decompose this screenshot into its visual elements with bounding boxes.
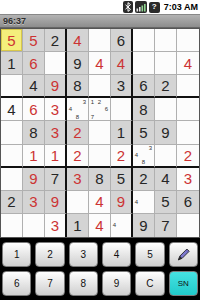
sudoku-board[interactable]: 5524616944449836246334812678832159112234… — [0, 28, 200, 238]
cell-digit: 9 — [117, 194, 125, 209]
cell-r2c1[interactable]: 1 — [1, 52, 23, 75]
cell-r3c3[interactable]: 9 — [45, 75, 67, 98]
phone-screen: ? 7:03 AM 96:37 552461694444983624633481… — [0, 0, 200, 300]
cell-r1c9[interactable] — [177, 29, 199, 52]
cell-r7c5[interactable]: 8 — [89, 168, 111, 191]
key-6[interactable]: 6 — [2, 271, 31, 296]
pencil-notes: 4 — [111, 214, 131, 237]
cell-digit: 9 — [139, 218, 147, 233]
cell-digit: 2 — [161, 78, 169, 93]
cell-r2c9[interactable]: 4 — [177, 52, 199, 75]
cell-digit: 3 — [51, 102, 59, 117]
cell-r9c2[interactable] — [23, 214, 45, 237]
cell-r7c9[interactable]: 3 — [177, 168, 199, 191]
cell-r3c5[interactable] — [89, 75, 111, 98]
cell-r3c1[interactable] — [1, 75, 23, 98]
cell-r9c6[interactable]: 4 — [111, 214, 133, 237]
battery-unknown-icon: ? — [149, 2, 160, 13]
cell-digit: 7 — [51, 171, 59, 186]
cell-r5c1[interactable] — [1, 121, 23, 144]
cell-r4c5[interactable]: 1267 — [89, 98, 111, 121]
cell-digit: 5 — [117, 171, 125, 186]
cell-digit: 8 — [95, 171, 103, 186]
cell-r4c4[interactable]: 348 — [67, 98, 89, 121]
cell-digit: 2 — [51, 33, 59, 48]
cell-r4c2[interactable]: 6 — [23, 98, 45, 121]
cell-r6c2[interactable]: 1 — [23, 145, 45, 168]
cell-r3c4[interactable]: 8 — [67, 75, 89, 98]
cell-r4c3[interactable]: 3 — [45, 98, 67, 121]
cell-digit: 9 — [51, 194, 59, 209]
game-timer: 96:37 — [3, 16, 26, 26]
cell-r6c6[interactable]: 2 — [111, 145, 133, 168]
cell-r7c7[interactable]: 2 — [133, 168, 155, 191]
cell-digit: 1 — [29, 148, 37, 163]
cell-r4c8[interactable] — [155, 98, 177, 121]
pencil-icon — [175, 246, 192, 263]
cell-digit: 4 — [117, 56, 125, 71]
cell-digit: 6 — [29, 102, 37, 117]
cell-r3c9[interactable] — [177, 75, 199, 98]
cell-digit: 9 — [73, 56, 81, 71]
key-clear[interactable]: C — [135, 271, 164, 296]
status-bar: ? 7:03 AM — [0, 0, 200, 15]
cell-digit: 6 — [29, 56, 37, 71]
cell-r7c1[interactable] — [1, 168, 23, 191]
cell-digit: 3 — [29, 194, 37, 209]
cell-r9c5[interactable]: 4 — [89, 214, 111, 237]
cell-digit: 4 — [7, 102, 15, 117]
cell-r6c5[interactable] — [89, 145, 111, 168]
cell-digit: 3 — [73, 171, 81, 186]
cell-r3c2[interactable]: 4 — [23, 75, 45, 98]
cell-r2c4[interactable]: 9 — [67, 52, 89, 75]
cell-digit: 1 — [51, 148, 59, 163]
cell-r4c9[interactable] — [177, 98, 199, 121]
cell-digit: 2 — [139, 171, 147, 186]
cell-digit: 8 — [139, 102, 147, 117]
cell-r6c7[interactable]: 348 — [133, 145, 155, 168]
cell-r4c6[interactable] — [111, 98, 133, 121]
key-9[interactable]: 9 — [102, 271, 131, 296]
cell-r1c7[interactable] — [133, 29, 155, 52]
cell-digit: 5 — [161, 194, 169, 209]
cell-r1c3[interactable]: 2 — [45, 29, 67, 52]
cell-r4c1[interactable]: 4 — [1, 98, 23, 121]
cell-digit: 1 — [7, 56, 15, 71]
cell-r5c7[interactable]: 5 — [133, 121, 155, 144]
keypad-row-2: 6 7 8 9 C SN — [2, 271, 198, 296]
key-3[interactable]: 3 — [69, 242, 98, 267]
cell-digit: 4 — [95, 194, 103, 209]
title-bar: 96:37 — [0, 15, 200, 28]
cell-r3c8[interactable]: 2 — [155, 75, 177, 98]
cell-r5c5[interactable] — [89, 121, 111, 144]
cell-r8c9[interactable]: 6 — [177, 191, 199, 214]
cell-digit: 5 — [29, 33, 37, 48]
cell-digit: 3 — [184, 171, 192, 186]
cell-r9c7[interactable]: 9 — [133, 214, 155, 237]
cell-r8c6[interactable]: 9 — [111, 191, 133, 214]
cell-r8c1[interactable]: 2 — [1, 191, 23, 214]
cell-r5c9[interactable] — [177, 121, 199, 144]
cell-r5c3[interactable]: 3 — [45, 121, 67, 144]
cell-r3c7[interactable]: 6 — [133, 75, 155, 98]
cell-r3c6[interactable]: 3 — [111, 75, 133, 98]
cell-digit: 4 — [161, 171, 169, 186]
cell-digit: 6 — [117, 33, 125, 48]
bluetooth-icon — [123, 1, 133, 13]
cell-r9c3[interactable]: 3 — [45, 214, 67, 237]
pencil-notes: 348 — [133, 145, 154, 166]
cell-r9c9[interactable] — [177, 214, 199, 237]
cell-digit: 2 — [117, 148, 125, 163]
cell-digit: 9 — [29, 171, 37, 186]
cell-r5c2[interactable]: 8 — [23, 121, 45, 144]
cell-digit: 4 — [73, 33, 81, 48]
cell-r6c4[interactable]: 2 — [67, 145, 89, 168]
cell-r2c3[interactable] — [45, 52, 67, 75]
cell-digit: 2 — [73, 125, 81, 140]
cell-r8c5[interactable]: 4 — [89, 191, 111, 214]
keypad-row-1: 1 2 3 4 5 — [2, 242, 198, 267]
cell-r1c8[interactable] — [155, 29, 177, 52]
cell-digit: 5 — [139, 125, 147, 140]
cell-r1c1[interactable]: 5 — [1, 29, 23, 52]
key-8[interactable]: 8 — [69, 271, 98, 296]
cell-r8c4[interactable] — [67, 191, 89, 214]
cell-digit: 9 — [161, 125, 169, 140]
keypad: 1 2 3 4 5 6 7 8 9 C SN — [0, 238, 200, 300]
key-2[interactable]: 2 — [35, 242, 64, 267]
cell-digit: 3 — [117, 78, 125, 93]
cell-r1c2[interactable]: 5 — [23, 29, 45, 52]
cell-r9c1[interactable] — [1, 214, 23, 237]
cell-digit: 4 — [184, 56, 192, 71]
cell-digit: 1 — [117, 125, 125, 140]
pencil-notes: 348 — [67, 98, 88, 120]
key-1[interactable]: 1 — [2, 242, 31, 267]
cell-r2c8[interactable] — [155, 52, 177, 75]
cell-digit: 6 — [139, 78, 147, 93]
pencil-notes: 4 — [133, 191, 154, 213]
cell-r5c4[interactable]: 2 — [67, 121, 89, 144]
signal-strength-icon — [135, 1, 147, 13]
cell-r1c4[interactable]: 4 — [67, 29, 89, 52]
cell-r5c6[interactable]: 1 — [111, 121, 133, 144]
cell-r9c4[interactable]: 1 — [67, 214, 89, 237]
cell-r7c8[interactable]: 4 — [155, 168, 177, 191]
cell-digit: 8 — [73, 78, 81, 93]
key-7[interactable]: 7 — [35, 271, 64, 296]
cell-digit: 9 — [51, 78, 59, 93]
cell-r8c2[interactable]: 3 — [23, 191, 45, 214]
cell-r9c8[interactable]: 7 — [155, 214, 177, 237]
single-notes-button[interactable]: SN — [169, 271, 198, 296]
cell-digit: 4 — [95, 56, 103, 71]
cell-r7c6[interactable]: 5 — [111, 168, 133, 191]
cell-r2c5[interactable]: 4 — [89, 52, 111, 75]
cell-r7c4[interactable]: 3 — [67, 168, 89, 191]
cell-digit: 2 — [73, 148, 81, 163]
cell-r2c7[interactable] — [133, 52, 155, 75]
cell-digit: 5 — [7, 33, 15, 48]
cell-r1c5[interactable] — [89, 29, 111, 52]
cell-r8c7[interactable]: 4 — [133, 191, 155, 214]
pencil-notes: 1267 — [89, 98, 110, 120]
cell-digit: 3 — [51, 218, 59, 233]
cell-r4c7[interactable]: 8 — [133, 98, 155, 121]
cell-r8c3[interactable]: 9 — [45, 191, 67, 214]
key-4[interactable]: 4 — [102, 242, 131, 267]
pencil-button[interactable] — [169, 242, 198, 267]
cell-digit: 4 — [95, 218, 103, 233]
cell-r6c8[interactable] — [155, 145, 177, 168]
cell-r1c6[interactable]: 6 — [111, 29, 133, 52]
cell-digit: 4 — [29, 78, 37, 93]
status-clock: 7:03 AM — [164, 2, 198, 12]
key-5[interactable]: 5 — [135, 242, 164, 267]
cell-r6c3[interactable]: 1 — [45, 145, 67, 168]
cell-digit: 2 — [184, 148, 192, 163]
cell-r8c8[interactable]: 5 — [155, 191, 177, 214]
cell-r7c3[interactable]: 7 — [45, 168, 67, 191]
cell-r7c2[interactable]: 9 — [23, 168, 45, 191]
cell-digit: 6 — [184, 194, 192, 209]
cell-digit: 2 — [7, 194, 15, 209]
cell-r5c8[interactable]: 9 — [155, 121, 177, 144]
cell-r6c1[interactable] — [1, 145, 23, 168]
cell-r6c9[interactable]: 2 — [177, 145, 199, 168]
cell-digit: 7 — [161, 218, 169, 233]
cell-digit: 3 — [51, 125, 59, 140]
cell-digit: 1 — [73, 218, 81, 233]
cell-r2c2[interactable]: 6 — [23, 52, 45, 75]
cell-digit: 8 — [29, 125, 37, 140]
cell-r2c6[interactable]: 4 — [111, 52, 133, 75]
